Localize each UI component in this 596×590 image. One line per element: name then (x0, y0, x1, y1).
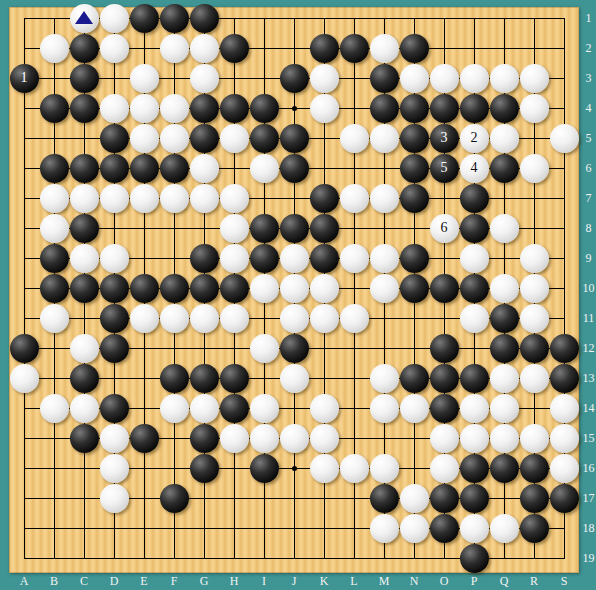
stone-white[interactable] (250, 154, 279, 183)
stone-white[interactable] (70, 184, 99, 213)
go-board[interactable]: 132546 (9, 7, 579, 573)
stone-black[interactable] (460, 484, 489, 513)
stone-black[interactable] (280, 214, 309, 243)
stone-white[interactable] (220, 424, 249, 453)
stone-black[interactable] (70, 364, 99, 393)
stone-black[interactable] (310, 184, 339, 213)
stone-white[interactable]: 4 (460, 154, 489, 183)
stone-black[interactable] (160, 274, 189, 303)
row-label: 18 (580, 513, 596, 543)
stone-black[interactable] (160, 484, 189, 513)
stone-black[interactable] (40, 244, 69, 273)
row-label: 17 (580, 483, 596, 513)
row-labels: 12345678910111213141516171819 (580, 3, 596, 573)
stone-white[interactable] (340, 244, 369, 273)
stone-black[interactable] (460, 274, 489, 303)
stone-white[interactable] (190, 34, 219, 63)
stone-black[interactable] (190, 124, 219, 153)
stone-black[interactable] (430, 514, 459, 543)
stone-black[interactable] (70, 94, 99, 123)
stone-black[interactable] (100, 124, 129, 153)
stone-black[interactable] (400, 124, 429, 153)
stone-black[interactable] (490, 304, 519, 333)
stone-black[interactable] (490, 154, 519, 183)
stone-white[interactable] (250, 424, 279, 453)
stone-white[interactable] (280, 364, 309, 393)
stone-white[interactable] (310, 424, 339, 453)
stone-black[interactable] (70, 34, 99, 63)
move-number-label: 3 (441, 131, 448, 145)
stone-white[interactable] (520, 244, 549, 273)
stone-white[interactable] (370, 454, 399, 483)
stone-white[interactable]: 6 (430, 214, 459, 243)
stone-black[interactable]: 3 (430, 124, 459, 153)
stone-black[interactable] (220, 94, 249, 123)
stone-white[interactable] (130, 94, 159, 123)
stone-white[interactable] (310, 304, 339, 333)
stone-black[interactable] (370, 94, 399, 123)
stone-black[interactable] (70, 214, 99, 243)
stone-white[interactable] (250, 274, 279, 303)
stone-white[interactable] (100, 34, 129, 63)
column-label: J (279, 573, 309, 590)
row-label: 16 (580, 453, 596, 483)
stone-white[interactable] (490, 124, 519, 153)
move-number-label: 1 (21, 71, 28, 85)
stone-white[interactable] (430, 424, 459, 453)
stone-black[interactable] (160, 154, 189, 183)
stone-black[interactable] (400, 184, 429, 213)
stone-white[interactable] (460, 244, 489, 273)
stone-white[interactable] (460, 514, 489, 543)
column-label: A (9, 573, 39, 590)
stone-white[interactable] (370, 364, 399, 393)
stone-black[interactable] (130, 4, 159, 33)
stone-white[interactable] (520, 94, 549, 123)
stone-white[interactable] (280, 244, 309, 273)
stone-black[interactable] (250, 454, 279, 483)
stone-black[interactable] (160, 4, 189, 33)
stone-black[interactable] (220, 274, 249, 303)
stone-black[interactable] (190, 274, 219, 303)
row-label: 5 (580, 123, 596, 153)
stone-white[interactable] (220, 124, 249, 153)
row-label: 13 (580, 363, 596, 393)
stone-white[interactable] (100, 94, 129, 123)
stone-white[interactable] (220, 244, 249, 273)
stone-black[interactable] (430, 364, 459, 393)
stone-black[interactable] (400, 34, 429, 63)
stone-white[interactable] (100, 244, 129, 273)
stone-white[interactable] (190, 304, 219, 333)
stones-grid[interactable]: 132546 (9, 3, 579, 573)
row-label: 19 (580, 543, 596, 573)
stone-black[interactable] (490, 94, 519, 123)
stone-black[interactable] (100, 394, 129, 423)
stone-black[interactable] (460, 544, 489, 573)
stone-black[interactable] (70, 274, 99, 303)
stone-white[interactable] (40, 34, 69, 63)
stone-white[interactable] (100, 454, 129, 483)
stone-white[interactable] (310, 274, 339, 303)
stone-black[interactable] (280, 64, 309, 93)
row-label: 14 (580, 393, 596, 423)
stone-white[interactable] (400, 394, 429, 423)
move-number-label: 2 (471, 131, 478, 145)
stone-white[interactable] (70, 4, 99, 33)
stone-white[interactable] (100, 184, 129, 213)
stone-white[interactable] (160, 304, 189, 333)
stone-white[interactable] (490, 214, 519, 243)
stone-white[interactable] (250, 334, 279, 363)
stone-white[interactable] (40, 214, 69, 243)
stone-black[interactable] (490, 454, 519, 483)
stone-white[interactable] (280, 274, 309, 303)
stone-white[interactable] (70, 394, 99, 423)
stone-white[interactable] (100, 484, 129, 513)
stone-white[interactable] (190, 184, 219, 213)
stone-black[interactable] (10, 334, 39, 363)
stone-white[interactable] (520, 154, 549, 183)
stone-white[interactable] (460, 424, 489, 453)
stone-black[interactable] (190, 424, 219, 453)
stone-black[interactable] (400, 154, 429, 183)
column-label: N (399, 573, 429, 590)
row-label: 9 (580, 243, 596, 273)
stone-white[interactable] (340, 124, 369, 153)
stone-white[interactable] (490, 364, 519, 393)
stone-black[interactable] (460, 454, 489, 483)
stone-white[interactable] (370, 34, 399, 63)
column-label: L (339, 573, 369, 590)
column-label: D (99, 573, 129, 590)
row-label: 7 (580, 183, 596, 213)
stone-black[interactable] (520, 334, 549, 363)
stone-black[interactable] (430, 484, 459, 513)
stone-white[interactable] (190, 154, 219, 183)
stone-white[interactable] (520, 304, 549, 333)
stone-white[interactable] (520, 274, 549, 303)
stone-white[interactable] (490, 64, 519, 93)
stone-white[interactable] (310, 94, 339, 123)
row-label: 12 (580, 333, 596, 363)
stone-black[interactable] (130, 274, 159, 303)
move-number-label: 5 (441, 161, 448, 175)
triangle-marker (75, 11, 93, 24)
stone-black[interactable] (400, 364, 429, 393)
column-label: M (369, 573, 399, 590)
stone-black[interactable] (100, 334, 129, 363)
move-number-label: 4 (471, 161, 478, 175)
stone-white[interactable] (400, 514, 429, 543)
stone-black[interactable] (310, 34, 339, 63)
stone-white[interactable] (490, 514, 519, 543)
stone-black[interactable] (310, 214, 339, 243)
stone-black[interactable] (250, 124, 279, 153)
stone-black[interactable] (400, 274, 429, 303)
stone-white[interactable] (340, 304, 369, 333)
stone-white[interactable] (100, 424, 129, 453)
stone-white[interactable] (370, 514, 399, 543)
stone-white[interactable] (520, 64, 549, 93)
stone-white[interactable] (340, 454, 369, 483)
stone-white[interactable] (520, 364, 549, 393)
stone-white[interactable] (160, 34, 189, 63)
stone-black[interactable] (100, 304, 129, 333)
stone-white[interactable] (370, 274, 399, 303)
stone-white[interactable] (160, 394, 189, 423)
stone-black[interactable] (370, 484, 399, 513)
stone-black[interactable] (40, 94, 69, 123)
column-label: B (39, 573, 69, 590)
stone-white[interactable] (160, 184, 189, 213)
row-label: 10 (580, 273, 596, 303)
stone-white[interactable] (310, 454, 339, 483)
stone-white[interactable] (280, 304, 309, 333)
stone-black[interactable] (430, 334, 459, 363)
stone-black[interactable] (190, 454, 219, 483)
stone-black[interactable] (190, 364, 219, 393)
column-label: O (429, 573, 459, 590)
stone-black[interactable] (160, 364, 189, 393)
move-number-label: 6 (441, 221, 448, 235)
star-point (292, 466, 297, 471)
row-label: 1 (580, 3, 596, 33)
stone-black[interactable] (400, 244, 429, 273)
column-label: C (69, 573, 99, 590)
go-game-screen: 132546 ABCDEFGHIJKLMNOPQRS 1234567891011… (0, 0, 596, 590)
stone-black[interactable] (430, 274, 459, 303)
stone-white[interactable] (130, 184, 159, 213)
stone-black[interactable] (70, 154, 99, 183)
stone-black[interactable] (550, 484, 579, 513)
stone-white[interactable] (40, 394, 69, 423)
row-label: 4 (580, 93, 596, 123)
stone-black[interactable] (280, 154, 309, 183)
stone-white[interactable] (550, 424, 579, 453)
stone-white[interactable] (160, 124, 189, 153)
stone-white[interactable] (190, 394, 219, 423)
row-label: 3 (580, 63, 596, 93)
row-label: 15 (580, 423, 596, 453)
stone-black[interactable] (460, 214, 489, 243)
column-label: P (459, 573, 489, 590)
stone-black[interactable] (220, 364, 249, 393)
stone-black[interactable] (220, 394, 249, 423)
column-label: Q (489, 573, 519, 590)
stone-black[interactable] (280, 124, 309, 153)
stone-black[interactable]: 5 (430, 154, 459, 183)
stone-white[interactable] (370, 184, 399, 213)
stone-white[interactable] (490, 424, 519, 453)
stone-white[interactable] (430, 64, 459, 93)
stone-white[interactable] (550, 394, 579, 423)
stone-white[interactable] (370, 244, 399, 273)
column-label: E (129, 573, 159, 590)
column-label: R (519, 573, 549, 590)
stone-black[interactable] (550, 364, 579, 393)
stone-white[interactable] (160, 94, 189, 123)
stone-black[interactable] (520, 454, 549, 483)
stone-white[interactable] (550, 454, 579, 483)
stone-black[interactable] (520, 484, 549, 513)
stone-black[interactable] (340, 34, 369, 63)
column-label: F (159, 573, 189, 590)
row-label: 6 (580, 153, 596, 183)
stone-white[interactable] (190, 64, 219, 93)
stone-black[interactable] (40, 154, 69, 183)
stone-black[interactable] (400, 94, 429, 123)
stone-white[interactable] (490, 394, 519, 423)
row-label: 11 (580, 303, 596, 333)
stone-black[interactable] (70, 64, 99, 93)
stone-black[interactable] (190, 94, 219, 123)
stone-white[interactable] (70, 244, 99, 273)
column-label: I (249, 573, 279, 590)
stone-white[interactable] (130, 64, 159, 93)
stone-black[interactable] (550, 334, 579, 363)
column-label: G (189, 573, 219, 590)
stone-black[interactable] (310, 244, 339, 273)
stone-black[interactable] (250, 244, 279, 273)
stone-black[interactable] (460, 364, 489, 393)
stone-white[interactable] (220, 214, 249, 243)
stone-white[interactable] (400, 64, 429, 93)
stone-black[interactable] (280, 334, 309, 363)
stone-white[interactable] (220, 304, 249, 333)
stone-black[interactable] (430, 94, 459, 123)
stone-black[interactable] (190, 244, 219, 273)
stone-white[interactable] (460, 304, 489, 333)
stone-white[interactable] (550, 124, 579, 153)
stone-white[interactable] (370, 124, 399, 153)
stone-black[interactable] (250, 214, 279, 243)
stone-black[interactable] (460, 94, 489, 123)
stone-white[interactable] (400, 484, 429, 513)
stone-black[interactable] (250, 94, 279, 123)
stone-white[interactable] (460, 394, 489, 423)
stone-black[interactable] (430, 394, 459, 423)
stone-white[interactable] (130, 124, 159, 153)
stone-black[interactable] (370, 64, 399, 93)
stone-black[interactable] (70, 424, 99, 453)
stone-black[interactable]: 1 (10, 64, 39, 93)
stone-white[interactable] (370, 394, 399, 423)
stone-white[interactable] (340, 184, 369, 213)
stone-white[interactable] (430, 454, 459, 483)
stone-white[interactable] (310, 64, 339, 93)
stone-white[interactable] (310, 394, 339, 423)
stone-black[interactable] (40, 274, 69, 303)
row-label: 2 (580, 33, 596, 63)
stone-white[interactable] (460, 64, 489, 93)
stone-white[interactable] (10, 364, 39, 393)
column-label: H (219, 573, 249, 590)
stone-black[interactable] (460, 184, 489, 213)
column-labels: ABCDEFGHIJKLMNOPQRS (9, 573, 579, 590)
column-label: K (309, 573, 339, 590)
star-point (292, 106, 297, 111)
stone-white[interactable] (130, 304, 159, 333)
stone-white[interactable] (280, 424, 309, 453)
stone-white[interactable] (520, 424, 549, 453)
stone-white[interactable] (490, 274, 519, 303)
column-label: S (549, 573, 579, 590)
stone-black[interactable] (520, 514, 549, 543)
stone-white[interactable] (70, 334, 99, 363)
row-label: 8 (580, 213, 596, 243)
stone-white[interactable] (40, 184, 69, 213)
stone-black[interactable] (100, 154, 129, 183)
stone-black[interactable] (130, 154, 159, 183)
stone-white[interactable] (250, 394, 279, 423)
stone-black[interactable] (130, 424, 159, 453)
stone-white[interactable] (40, 304, 69, 333)
stone-white[interactable] (100, 4, 129, 33)
stone-black[interactable] (190, 4, 219, 33)
stone-black[interactable] (490, 334, 519, 363)
stone-black[interactable] (220, 34, 249, 63)
stone-white[interactable]: 2 (460, 124, 489, 153)
stone-black[interactable] (100, 274, 129, 303)
stone-white[interactable] (220, 184, 249, 213)
